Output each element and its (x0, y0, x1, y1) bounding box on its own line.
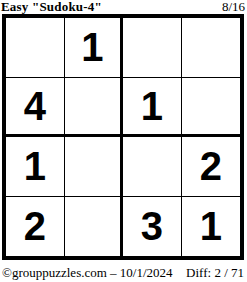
puzzle-title: Easy "Sudoku-4" (1, 0, 102, 13)
cell-r3c3-empty[interactable] (123, 137, 182, 197)
copyright-text: ©grouppuzzles.com – 10/1/2024 (2, 265, 173, 281)
cell-r2c4-empty[interactable] (182, 78, 241, 138)
given-count: 8/16 (222, 0, 245, 13)
cell-r4c3-given[interactable]: 3 (123, 197, 182, 257)
cell-r1c4-empty[interactable] (182, 18, 241, 78)
cell-r2c3-given[interactable]: 1 (123, 78, 182, 138)
header: Easy "Sudoku-4" 8/16 (0, 0, 247, 14)
cell-r3c1-given[interactable]: 1 (6, 137, 65, 197)
cell-r3c4-given[interactable]: 2 (182, 137, 241, 197)
cell-r1c2-given[interactable]: 1 (65, 18, 124, 78)
cell-r1c3-empty[interactable] (123, 18, 182, 78)
cell-r3c2-empty[interactable] (65, 137, 124, 197)
cell-r1c1-empty[interactable] (6, 18, 65, 78)
cell-r4c4-given[interactable]: 1 (182, 197, 241, 257)
board: 14112231 (2, 14, 244, 260)
puzzle-page: Easy "Sudoku-4" 8/16 14112231 ©grouppuzz… (0, 0, 247, 282)
cell-r2c2-empty[interactable] (65, 78, 124, 138)
footer: ©grouppuzzles.com – 10/1/2024 Diff: 2 / … (0, 260, 247, 282)
difficulty-text: Diff: 2 / 71 (186, 265, 244, 281)
cell-r2c1-given[interactable]: 4 (6, 78, 65, 138)
cell-r4c2-empty[interactable] (65, 197, 124, 257)
cell-r4c1-given[interactable]: 2 (6, 197, 65, 257)
